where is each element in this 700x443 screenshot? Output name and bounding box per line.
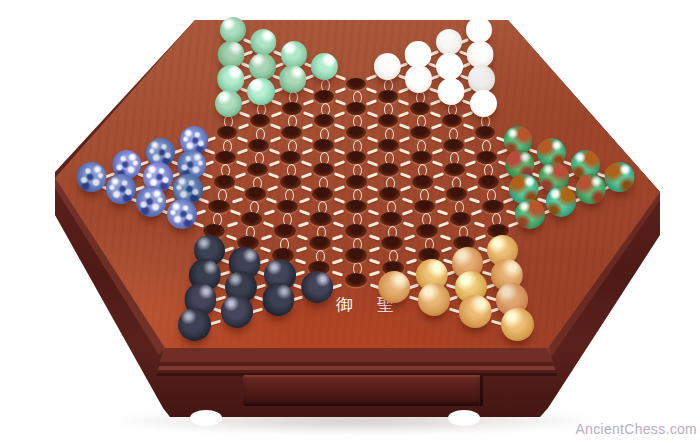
lattice-dash-mark (406, 258, 417, 264)
marble-green-aventurine[interactable] (218, 41, 245, 68)
lattice-dash-mark (367, 160, 378, 167)
board-hole[interactable] (410, 126, 430, 139)
lattice-dash-mark (438, 222, 449, 229)
lattice-dash-mark (271, 99, 282, 106)
board-hole[interactable] (214, 175, 235, 188)
lattice-dash-mark (235, 173, 246, 180)
lattice-dash-mark (225, 234, 236, 241)
lattice-dash-mark (332, 258, 343, 264)
lattice-dash-mark (302, 124, 313, 131)
lattice-dash-mark (332, 234, 343, 240)
lattice-dash-mark (368, 209, 379, 215)
marble-white-stone[interactable] (468, 65, 495, 92)
board-hole[interactable] (378, 139, 399, 152)
marble-black-stone[interactable] (262, 283, 294, 315)
lattice-dash-mark (332, 246, 343, 252)
lattice-dash-mark (301, 160, 312, 167)
lattice-dash-mark (237, 136, 248, 143)
board-hole[interactable] (345, 200, 366, 214)
board-hole[interactable] (378, 90, 398, 103)
marble-green-red-agate[interactable] (605, 162, 635, 192)
marble-black-stone[interactable] (178, 308, 211, 341)
lattice-dash-mark (404, 234, 415, 240)
lattice-dash-mark (261, 234, 272, 240)
lattice-dash-mark (401, 197, 412, 203)
marble-green-aventurine[interactable] (281, 41, 308, 68)
marble-green-red-agate[interactable] (576, 174, 606, 204)
marble-blue-sodalite[interactable] (136, 186, 166, 216)
lattice-dash-mark (368, 234, 379, 240)
board-hole[interactable] (416, 224, 438, 238)
lattice-dash-mark (302, 111, 313, 118)
lattice-dash-mark (368, 246, 379, 252)
marble-white-stone[interactable] (405, 41, 432, 68)
board-hole[interactable] (310, 212, 332, 226)
lattice-dash-mark (252, 308, 263, 314)
board-hole[interactable] (281, 126, 301, 139)
lattice-dash-mark (335, 99, 346, 106)
lattice-dash-mark (369, 258, 380, 264)
lattice-dash-mark (266, 197, 277, 204)
board-hole[interactable] (345, 248, 367, 262)
lattice-dash-mark (369, 271, 380, 277)
marble-white-stone[interactable] (374, 53, 401, 80)
board-hole[interactable] (280, 175, 301, 188)
lattice-dash-mark (264, 209, 275, 215)
lattice-dash-mark (366, 124, 377, 131)
lattice-dash-mark (441, 246, 452, 252)
board-hole[interactable] (378, 114, 398, 127)
lattice-dash-mark (431, 136, 442, 143)
lattice-dash-mark (297, 222, 308, 228)
board-hole[interactable] (241, 212, 263, 226)
lattice-dash-mark (335, 87, 346, 94)
lattice-dash-mark (334, 160, 345, 167)
lattice-dash-mark (435, 197, 446, 204)
lattice-dash-mark (299, 197, 310, 203)
lattice-dash-mark (430, 111, 441, 118)
lattice-dash-mark (202, 173, 213, 180)
lattice-dash-mark (267, 185, 278, 191)
lattice-dash-mark (297, 234, 308, 240)
lattice-dash-mark (368, 222, 379, 228)
lattice-dash-mark (399, 148, 410, 155)
board-hole[interactable] (414, 200, 435, 214)
board-hole[interactable] (312, 187, 333, 201)
marble-orange-aventurine[interactable] (501, 308, 534, 341)
board-hole[interactable] (450, 212, 472, 226)
lattice-dash-mark (405, 246, 416, 252)
board-hole[interactable] (346, 126, 366, 139)
board-hole[interactable] (313, 139, 334, 152)
board-hole[interactable] (248, 139, 269, 152)
board-hole[interactable] (410, 102, 430, 115)
board-hole[interactable] (345, 224, 367, 238)
board-hole[interactable] (475, 126, 495, 139)
board-hole[interactable] (314, 114, 334, 127)
lattice-dash-mark (334, 111, 345, 118)
lattice-dash-mark (367, 173, 378, 180)
lattice-dash-mark (432, 148, 443, 155)
board-hole[interactable] (215, 151, 236, 164)
lattice-dash-mark (367, 197, 378, 204)
lattice-dash-mark (238, 124, 249, 131)
lattice-dash-mark (366, 111, 377, 118)
marble-black-stone[interactable] (301, 271, 333, 303)
lattice-dash-mark (263, 222, 274, 229)
lattice-dash-mark (367, 136, 378, 143)
lattice-dash-mark (270, 123, 281, 130)
lattice-dash-mark (299, 209, 310, 216)
lattice-dash-mark (334, 173, 345, 180)
lattice-dash-mark (400, 173, 411, 180)
board-hole[interactable] (274, 224, 296, 238)
star-lattice (0, 0, 700, 443)
lattice-dash-mark (469, 197, 480, 203)
lattice-dash-mark (490, 320, 501, 326)
lattice-dash-mark (437, 209, 448, 215)
marble-blue-sodalite[interactable] (167, 199, 197, 229)
marble-white-stone[interactable] (437, 78, 464, 105)
board-hole[interactable] (442, 114, 462, 127)
board-hole[interactable] (346, 151, 367, 164)
board-hole[interactable] (411, 151, 432, 164)
board-hole[interactable] (245, 187, 266, 201)
board-hole[interactable] (378, 163, 399, 176)
inscription-character-left: 御 (336, 293, 353, 316)
lattice-dash-mark (334, 124, 345, 131)
lattice-dash-mark (433, 173, 444, 180)
lattice-dash-mark (399, 160, 410, 167)
board-hole[interactable] (444, 163, 465, 176)
lattice-dash-mark (366, 87, 377, 94)
lattice-dash-mark (473, 222, 484, 228)
board-hole[interactable] (379, 187, 400, 201)
lattice-dash-mark (204, 148, 215, 155)
lattice-dash-mark (432, 160, 443, 167)
board-hole[interactable] (478, 175, 499, 188)
lattice-dash-mark (466, 173, 477, 180)
marble-green-aventurine[interactable] (247, 78, 274, 105)
lattice-dash-mark (268, 160, 279, 167)
lattice-dash-mark (465, 160, 476, 167)
lattice-dash-mark (270, 111, 281, 118)
lattice-dash-mark (301, 185, 312, 192)
board-hole[interactable] (380, 212, 402, 226)
board-hole[interactable] (277, 200, 298, 214)
lattice-dash-mark (210, 320, 221, 326)
lattice-dash-mark (367, 148, 378, 155)
lattice-dash-mark (236, 160, 247, 167)
lattice-dash-mark (440, 234, 451, 240)
marble-blue-sodalite[interactable] (77, 162, 107, 192)
marble-white-stone[interactable] (467, 41, 494, 68)
marble-green-aventurine[interactable] (311, 53, 338, 80)
marble-white-stone[interactable] (405, 65, 432, 92)
lattice-dash-mark (367, 185, 378, 192)
lattice-dash-mark (431, 123, 442, 130)
marble-green-aventurine[interactable] (249, 53, 276, 80)
lattice-dash-mark (399, 136, 410, 143)
board-hole[interactable] (443, 139, 464, 152)
lattice-dash-mark (475, 234, 486, 241)
board-hole[interactable] (482, 200, 503, 214)
lattice-dash-mark (303, 99, 314, 106)
board-hole[interactable] (282, 102, 302, 115)
marble-white-stone[interactable] (470, 90, 498, 118)
lattice-dash-mark (269, 148, 280, 155)
lattice-dash-mark (463, 136, 474, 143)
lattice-dash-mark (268, 173, 279, 180)
marble-white-stone[interactable] (466, 17, 492, 43)
marble-orange-aventurine[interactable] (459, 295, 492, 328)
board-hole[interactable] (250, 114, 270, 127)
board-hole[interactable] (314, 90, 334, 103)
board-hole[interactable] (247, 163, 268, 176)
lattice-dash-mark (434, 185, 445, 191)
lattice-dash-mark (463, 124, 474, 131)
lattice-dash-mark (403, 222, 414, 228)
lattice-dash-mark (333, 222, 344, 228)
board-hole[interactable] (346, 102, 366, 115)
lattice-dash-mark (335, 74, 346, 81)
lattice-dash-mark (269, 136, 280, 143)
lattice-dash-mark (239, 111, 250, 118)
lattice-dash-mark (236, 148, 247, 155)
lattice-dash-mark (471, 209, 482, 216)
lattice-dash-mark (230, 209, 241, 216)
lattice-dash-mark (400, 185, 411, 192)
marble-black-stone[interactable] (221, 295, 254, 328)
lattice-dash-mark (301, 173, 312, 180)
board-hole[interactable] (346, 78, 366, 91)
lattice-dash-mark (227, 222, 238, 228)
lattice-dash-mark (296, 246, 307, 252)
board-hole[interactable] (381, 236, 403, 250)
board-hole[interactable] (346, 175, 367, 188)
lattice-dash-mark (334, 148, 345, 155)
marble-blue-sodalite[interactable] (106, 174, 136, 204)
board-hole[interactable] (217, 126, 237, 139)
lattice-dash-mark (301, 148, 312, 155)
board-hole[interactable] (345, 273, 367, 287)
marble-green-red-agate[interactable] (515, 199, 545, 229)
lattice-dash-mark (398, 99, 409, 106)
board-hole[interactable] (309, 236, 331, 250)
lattice-dash-mark (302, 136, 313, 143)
marble-orange-aventurine[interactable] (418, 283, 450, 315)
lattice-dash-mark (430, 99, 441, 106)
board-hole[interactable] (313, 163, 334, 176)
lattice-dash-mark (366, 99, 377, 106)
photo-canvas: 御 聖 AncientChess.com (0, 0, 700, 443)
lattice-dash-mark (366, 74, 377, 81)
lattice-dash-mark (234, 185, 245, 192)
lattice-dash-mark (332, 271, 343, 277)
lattice-dash-mark (295, 258, 306, 264)
board-hole[interactable] (208, 200, 229, 214)
board-hole[interactable] (280, 151, 301, 164)
lattice-dash-mark (231, 197, 242, 203)
marble-green-red-agate[interactable] (546, 186, 576, 216)
lattice-dash-mark (334, 136, 345, 143)
lattice-dash-mark (303, 87, 314, 94)
lattice-dash-mark (464, 148, 475, 155)
lattice-dash-mark (399, 124, 410, 131)
watermark-text: AncientChess.com (575, 421, 697, 437)
lattice-dash-mark (334, 185, 345, 192)
board-hole[interactable] (476, 151, 497, 164)
board-hole[interactable] (412, 175, 433, 188)
marble-green-aventurine[interactable] (217, 65, 244, 92)
lattice-dash-mark (334, 197, 345, 204)
lattice-dash-mark (462, 111, 473, 118)
lattice-dash-mark (260, 246, 271, 252)
lattice-dash-mark (402, 209, 413, 216)
lattice-dash-mark (467, 185, 478, 192)
marble-white-stone[interactable] (436, 29, 462, 55)
lattice-dash-mark (398, 111, 409, 118)
lattice-dash-mark (333, 209, 344, 215)
board-hole[interactable] (446, 187, 467, 201)
